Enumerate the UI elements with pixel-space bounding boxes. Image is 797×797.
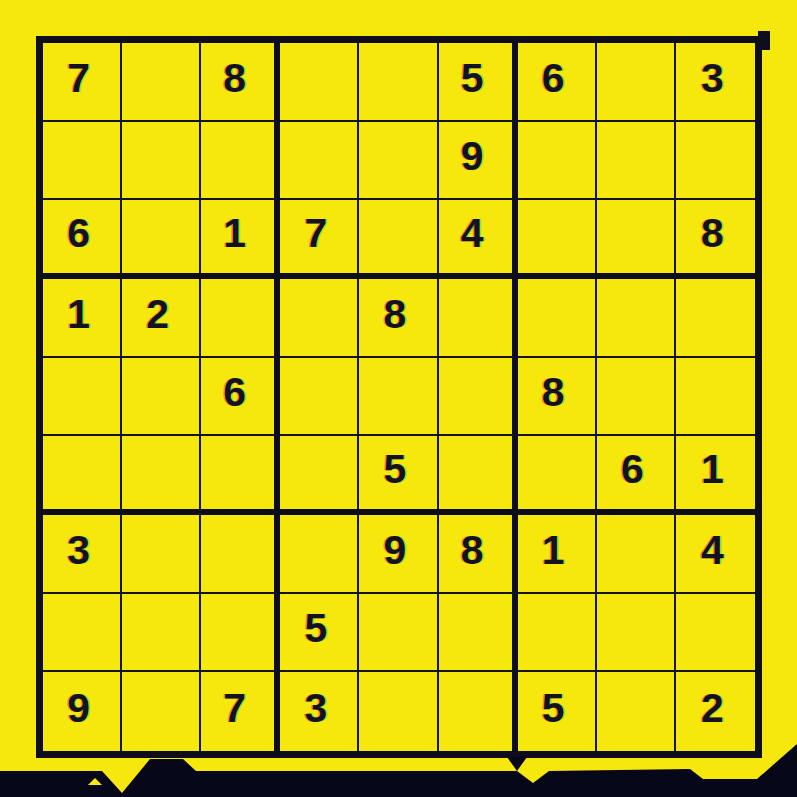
sudoku-given-digit: 1	[701, 446, 724, 493]
sudoku-cell[interactable]	[439, 436, 518, 515]
sudoku-cell[interactable]	[359, 594, 438, 673]
sudoku-cell[interactable]	[597, 358, 676, 437]
sudoku-cell[interactable]: 8	[439, 515, 518, 594]
sudoku-cell[interactable]	[43, 436, 122, 515]
sudoku-given-digit: 5	[384, 446, 407, 493]
sudoku-given-digit: 3	[67, 527, 90, 574]
sudoku-given-digit: 3	[701, 55, 724, 102]
sudoku-given-digit: 6	[67, 210, 90, 257]
sudoku-cell[interactable]: 3	[43, 515, 122, 594]
sudoku-cell[interactable]	[201, 594, 280, 673]
sudoku-cell[interactable]: 3	[280, 672, 359, 751]
sudoku-cell[interactable]: 6	[201, 358, 280, 437]
sudoku-given-digit: 8	[542, 369, 565, 416]
sudoku-cell[interactable]	[122, 43, 201, 122]
sudoku-cell[interactable]: 4	[676, 515, 755, 594]
sudoku-given-digit: 8	[701, 210, 724, 257]
sudoku-cell[interactable]: 9	[43, 672, 122, 751]
sudoku-cell[interactable]	[597, 43, 676, 122]
sudoku-cell[interactable]: 1	[518, 515, 597, 594]
sudoku-cell[interactable]	[201, 122, 280, 201]
sudoku-given-digit: 2	[146, 291, 169, 338]
sudoku-given-digit: 4	[701, 527, 724, 574]
sudoku-given-digit: 1	[542, 527, 565, 574]
sudoku-cell[interactable]	[439, 672, 518, 751]
sudoku-cell[interactable]: 2	[676, 672, 755, 751]
sudoku-cell[interactable]	[676, 358, 755, 437]
sudoku-cell[interactable]: 1	[43, 279, 122, 358]
sudoku-given-digit: 2	[701, 685, 724, 732]
sudoku-given-digit: 4	[461, 210, 484, 257]
sudoku-cell[interactable]	[518, 436, 597, 515]
sudoku-cell[interactable]	[676, 279, 755, 358]
sudoku-cell[interactable]	[518, 122, 597, 201]
sudoku-cell[interactable]	[280, 122, 359, 201]
sudoku-cell[interactable]: 6	[43, 200, 122, 279]
sudoku-cell[interactable]	[201, 279, 280, 358]
sudoku-cell[interactable]	[122, 358, 201, 437]
sudoku-cell[interactable]	[280, 279, 359, 358]
sudoku-cell[interactable]	[676, 594, 755, 673]
sudoku-cell[interactable]	[122, 436, 201, 515]
sudoku-given-digit: 5	[542, 685, 565, 732]
sudoku-given-digit: 8	[384, 291, 407, 338]
sudoku-cell[interactable]	[359, 43, 438, 122]
sudoku-cell[interactable]: 7	[43, 43, 122, 122]
sudoku-cell[interactable]	[597, 279, 676, 358]
sudoku-given-digit: 5	[461, 55, 484, 102]
sudoku-cell[interactable]: 1	[201, 200, 280, 279]
sudoku-cell[interactable]: 6	[518, 43, 597, 122]
sudoku-cell[interactable]	[597, 672, 676, 751]
sudoku-given-digit: 1	[223, 210, 246, 257]
sudoku-cell[interactable]	[359, 122, 438, 201]
sudoku-cell[interactable]: 8	[201, 43, 280, 122]
sudoku-cell[interactable]	[280, 358, 359, 437]
sudoku-cell[interactable]	[280, 43, 359, 122]
sudoku-cell[interactable]	[359, 358, 438, 437]
sudoku-cell[interactable]: 1	[676, 436, 755, 515]
sudoku-cell[interactable]	[439, 358, 518, 437]
sudoku-given-digit: 1	[67, 291, 90, 338]
sudoku-cell[interactable]	[597, 594, 676, 673]
sudoku-cell[interactable]: 5	[280, 594, 359, 673]
sudoku-board: 785639617481286856139814597352	[36, 36, 762, 758]
sudoku-cell[interactable]	[518, 594, 597, 673]
sudoku-cell[interactable]	[122, 122, 201, 201]
sudoku-given-digit: 6	[223, 369, 246, 416]
sudoku-cell[interactable]	[359, 672, 438, 751]
sudoku-cell[interactable]: 3	[676, 43, 755, 122]
sudoku-cell[interactable]	[280, 436, 359, 515]
sudoku-cell[interactable]	[122, 672, 201, 751]
sudoku-cell[interactable]: 9	[359, 515, 438, 594]
sudoku-cell[interactable]	[43, 122, 122, 201]
sudoku-cell[interactable]	[597, 122, 676, 201]
sudoku-cell[interactable]	[201, 515, 280, 594]
sudoku-cell[interactable]: 6	[597, 436, 676, 515]
sudoku-given-digit: 7	[67, 55, 90, 102]
sudoku-cell[interactable]	[439, 279, 518, 358]
sudoku-cell[interactable]	[518, 200, 597, 279]
sudoku-cell[interactable]: 5	[359, 436, 438, 515]
sudoku-cell[interactable]	[359, 200, 438, 279]
sudoku-cell[interactable]: 7	[201, 672, 280, 751]
sudoku-given-digit: 9	[384, 527, 407, 574]
sudoku-cell[interactable]: 7	[280, 200, 359, 279]
sudoku-given-digit: 5	[304, 605, 327, 652]
sudoku-cell[interactable]	[122, 594, 201, 673]
sudoku-cell[interactable]: 4	[439, 200, 518, 279]
sudoku-cell[interactable]	[439, 594, 518, 673]
sudoku-cell[interactable]: 5	[518, 672, 597, 751]
glitch-notch-triangle	[507, 757, 527, 771]
sudoku-given-digit: 6	[542, 55, 565, 102]
sudoku-given-digit: 9	[67, 685, 90, 732]
sudoku-given-digit: 6	[621, 446, 644, 493]
sudoku-cell[interactable]	[122, 515, 201, 594]
sudoku-cell[interactable]	[597, 515, 676, 594]
sudoku-cell[interactable]: 5	[439, 43, 518, 122]
sudoku-cell[interactable]: 8	[676, 200, 755, 279]
sudoku-cell[interactable]	[122, 200, 201, 279]
sudoku-given-digit: 8	[223, 55, 246, 102]
sudoku-cell[interactable]	[43, 358, 122, 437]
sudoku-cell[interactable]: 8	[359, 279, 438, 358]
glitch-floating-triangle	[88, 778, 102, 785]
sudoku-cell[interactable]	[280, 515, 359, 594]
sudoku-cell[interactable]: 2	[122, 279, 201, 358]
sudoku-given-digit: 8	[461, 527, 484, 574]
sudoku-cell[interactable]	[597, 200, 676, 279]
sudoku-given-digit: 7	[223, 685, 246, 732]
sudoku-cell[interactable]	[201, 436, 280, 515]
sudoku-given-digit: 7	[304, 210, 327, 257]
sudoku-given-digit: 3	[304, 685, 327, 732]
sudoku-cell[interactable]: 8	[518, 358, 597, 437]
sudoku-cell[interactable]	[518, 279, 597, 358]
sudoku-given-digit: 9	[461, 133, 484, 180]
sudoku-cell[interactable]	[676, 122, 755, 201]
sudoku-cell[interactable]: 9	[439, 122, 518, 201]
sudoku-cell[interactable]	[43, 594, 122, 673]
